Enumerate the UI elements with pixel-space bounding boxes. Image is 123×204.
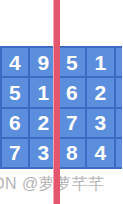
- board-cell-r4c1: 7: [2, 139, 29, 167]
- board-cell-r1c5-clipped: [116, 48, 123, 76]
- board-cell-r1c1: 4: [2, 48, 29, 76]
- board-cell-r3c5-clipped: [116, 109, 123, 137]
- number-board: 4 9 5 1 5 1 6 2 6 2 7 3 7 3 8 4: [0, 46, 122, 169]
- board-cell-r3c3: 7: [59, 109, 86, 137]
- board-cell-r2c5-clipped: [116, 78, 123, 106]
- board-cell-r2c1: 5: [2, 78, 29, 106]
- board-cell-r4c5-clipped: [116, 139, 123, 167]
- puzzle-image: 4 9 5 1 5 1 6 2 6 2 7 3 7 3 8 4 DN @萝萝芊芊: [0, 0, 122, 204]
- board-cell-r4c4: 4: [87, 139, 114, 167]
- board-cell-r3c4: 3: [87, 109, 114, 137]
- vertical-divider-line: [53, 0, 60, 204]
- board-cell-r4c3: 8: [59, 139, 86, 167]
- board-cell-r3c1: 6: [2, 109, 29, 137]
- board-cell-r1c4: 1: [87, 48, 114, 76]
- board-cell-r2c4: 2: [87, 78, 114, 106]
- board-cell-r1c3: 5: [59, 48, 86, 76]
- board-cell-r2c3: 6: [59, 78, 86, 106]
